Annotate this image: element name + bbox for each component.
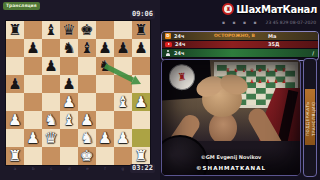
alert-row-youtube[interactable]: 24ч 35Д	[162, 41, 318, 50]
square-b1[interactable]	[24, 147, 42, 165]
square-f8[interactable]	[96, 21, 114, 39]
rook-logo-icon: ♜	[222, 3, 234, 15]
piece-black-n: ♞	[60, 39, 78, 57]
person-icon	[165, 50, 171, 56]
square-e8[interactable]: ♚	[78, 21, 96, 39]
piece-black-r: ♜	[6, 21, 24, 39]
piece-white-b: ♝	[60, 111, 78, 129]
piece-black-q: ♛	[60, 21, 78, 39]
square-g5[interactable]	[114, 75, 132, 93]
square-e4[interactable]	[78, 93, 96, 111]
piece-white-r: ♜	[132, 147, 150, 165]
piece-white-p: ♟	[60, 93, 78, 111]
square-g1[interactable]	[114, 147, 132, 165]
square-e1[interactable]: ♚	[78, 147, 96, 165]
square-b4[interactable]	[24, 93, 42, 111]
square-c4[interactable]	[42, 93, 60, 111]
file-coordinates: abcdefgh	[6, 166, 150, 171]
square-b7[interactable]: ♟	[24, 39, 42, 57]
black-clock: 09:06	[130, 10, 155, 19]
square-d4[interactable]: ♟	[60, 93, 78, 111]
square-h4[interactable]: ♟	[132, 93, 150, 111]
youtube-icon	[165, 42, 172, 47]
square-e5[interactable]	[78, 75, 96, 93]
square-d1[interactable]	[60, 147, 78, 165]
piece-white-p: ♟	[114, 129, 132, 147]
piece-black-p: ♟	[6, 75, 24, 93]
piece-white-q: ♛	[42, 129, 60, 147]
square-a8[interactable]: ♜	[6, 21, 24, 39]
square-c5[interactable]	[42, 75, 60, 93]
stats-icons: ▪ ▪ ▪ ▪	[222, 20, 260, 25]
square-d3[interactable]: ♝	[60, 111, 78, 129]
square-d8[interactable]: ♛	[60, 21, 78, 39]
piece-black-r: ♜	[132, 21, 150, 39]
square-f6[interactable]: ♞	[96, 57, 114, 75]
piece-black-k: ♚	[78, 21, 96, 39]
square-c2[interactable]: ♛	[42, 129, 60, 147]
square-e6[interactable]	[78, 57, 96, 75]
square-c6[interactable]: ♟	[42, 57, 60, 75]
channel-logo: ♜ ШахМатКанал	[222, 2, 317, 16]
square-d6[interactable]	[60, 57, 78, 75]
square-f5[interactable]	[96, 75, 114, 93]
alert-value: /	[312, 50, 314, 56]
square-f4[interactable]	[96, 93, 114, 111]
square-h3[interactable]	[132, 111, 150, 129]
stream-timestamp: 23 45 829 08-07-2020	[266, 20, 316, 25]
square-f3[interactable]	[96, 111, 114, 129]
donation-alerts-box: D 24ч ОСТОРОЖНО, В Ма 24ч 35Д 24ч /	[161, 31, 319, 61]
square-b6[interactable]	[24, 57, 42, 75]
donation-goal-bar[interactable]: ПОДДЕРЖАТЬ ТРАНСЛЯЦИЮ	[303, 58, 317, 177]
square-a4[interactable]	[6, 93, 24, 111]
square-f2[interactable]: ♟	[96, 129, 114, 147]
piece-black-p: ♟	[24, 39, 42, 57]
piece-white-p: ♟	[96, 129, 114, 147]
square-f7[interactable]: ♟	[96, 39, 114, 57]
square-a2[interactable]	[6, 129, 24, 147]
white-clock: 03:22	[130, 164, 155, 173]
square-g7[interactable]: ♟	[114, 39, 132, 57]
square-g4[interactable]: ♝	[114, 93, 132, 111]
broadcast-badge: Трансляция	[3, 2, 40, 10]
square-b8[interactable]	[24, 21, 42, 39]
piece-black-b: ♝	[78, 39, 96, 57]
piece-black-n: ♞	[96, 57, 114, 75]
piece-white-p: ♟	[132, 93, 150, 111]
alert-value: Ма	[268, 33, 276, 39]
alert-row-subscribers[interactable]: 24ч /	[162, 49, 318, 58]
square-b2[interactable]: ♟	[24, 129, 42, 147]
stream-screenshot: Трансляция 09:06 ♜♝♛♚♜♟♞♝♟♟♟♟♞♟♟♟♝♟♟♞♝♟♟…	[0, 0, 320, 180]
square-g3[interactable]	[114, 111, 132, 129]
period-label: 24ч	[175, 41, 185, 47]
stream-stats-row: ▪ ▪ ▪ ▪ 23 45 829 08-07-2020	[222, 20, 316, 25]
piece-black-p: ♟	[60, 75, 78, 93]
square-a6[interactable]	[6, 57, 24, 75]
square-g2[interactable]: ♟	[114, 129, 132, 147]
square-a1[interactable]: ♜	[6, 147, 24, 165]
square-a3[interactable]: ♟	[6, 111, 24, 129]
piece-black-p: ♟	[114, 39, 132, 57]
chess-board[interactable]: ♜♝♛♚♜♟♞♝♟♟♟♟♞♟♟♟♝♟♟♞♝♟♟♛♞♟♟♜♚♜	[6, 21, 150, 165]
square-h5[interactable]	[132, 75, 150, 93]
piece-white-p: ♟	[78, 111, 96, 129]
square-e7[interactable]: ♝	[78, 39, 96, 57]
webcam-view: ♜♞♝♛♚♝♞♜ ♟♟♟♟♟♟♟♟ ♜ ©GM Evgenij Novikov …	[161, 59, 301, 176]
donationalerts-icon: D	[165, 33, 171, 39]
piece-black-b: ♝	[42, 21, 60, 39]
square-d7[interactable]: ♞	[60, 39, 78, 57]
piece-white-n: ♞	[42, 111, 60, 129]
piece-white-r: ♜	[6, 147, 24, 165]
square-d5[interactable]: ♟	[60, 75, 78, 93]
caption-channel: ©SHAHMATKANAL	[162, 165, 300, 171]
square-b5[interactable]	[24, 75, 42, 93]
square-h1[interactable]: ♜	[132, 147, 150, 165]
square-e2[interactable]: ♞	[78, 129, 96, 147]
square-c1[interactable]	[42, 147, 60, 165]
square-h6[interactable]	[132, 57, 150, 75]
square-e3[interactable]: ♟	[78, 111, 96, 129]
square-c7[interactable]	[42, 39, 60, 57]
chess-panel: Трансляция 09:06 ♜♝♛♚♜♟♞♝♟♟♟♟♞♟♟♟♝♟♟♞♝♟♟…	[0, 0, 160, 180]
alert-row-donationalerts[interactable]: D 24ч ОСТОРОЖНО, В Ма	[162, 32, 318, 41]
piece-white-n: ♞	[78, 129, 96, 147]
square-c8[interactable]: ♝	[42, 21, 60, 39]
piece-black-p: ♟	[96, 39, 114, 57]
channel-name: ШахМатКанал	[236, 4, 317, 15]
alert-message: ОСТОРОЖНО, В	[214, 33, 255, 38]
square-b3[interactable]	[24, 111, 42, 129]
square-g6[interactable]	[114, 57, 132, 75]
piece-white-k: ♚	[78, 147, 96, 165]
square-a5[interactable]: ♟	[6, 75, 24, 93]
period-label: 24ч	[174, 50, 184, 56]
piece-black-p: ♟	[42, 57, 60, 75]
piece-black-p: ♟	[132, 39, 150, 57]
piece-white-p: ♟	[24, 129, 42, 147]
square-h2[interactable]	[132, 129, 150, 147]
square-d2[interactable]	[60, 129, 78, 147]
goal-text: ПОДДЕРЖАТЬ	[305, 59, 310, 177]
square-f1[interactable]	[96, 147, 114, 165]
goal-text: ТРАНСЛЯЦИЮ	[311, 59, 316, 177]
piece-white-p: ♟	[6, 111, 24, 129]
square-g8[interactable]	[114, 21, 132, 39]
square-a7[interactable]	[6, 39, 24, 57]
alert-value: 35Д	[268, 41, 279, 47]
caption-credit: ©GM Evgenij Novikov	[162, 154, 300, 160]
square-c3[interactable]: ♞	[42, 111, 60, 129]
piece-white-b: ♝	[114, 93, 132, 111]
square-h8[interactable]: ♜	[132, 21, 150, 39]
stream-panel: ♜ ШахМатКанал ▪ ▪ ▪ ▪ 23 45 829 08-07-20…	[160, 0, 320, 180]
period-label: 24ч	[174, 33, 184, 39]
square-h7[interactable]: ♟	[132, 39, 150, 57]
